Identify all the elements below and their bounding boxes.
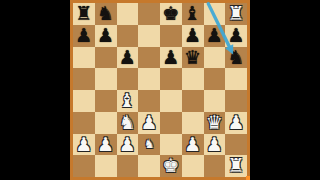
square-d1[interactable] xyxy=(138,155,160,177)
square-e4[interactable] xyxy=(160,90,182,112)
square-f8[interactable]: ♝ xyxy=(182,3,204,25)
square-a3[interactable] xyxy=(73,112,95,134)
white-queen: ♛ xyxy=(206,112,223,134)
white-rook: ♜ xyxy=(228,3,245,25)
square-f3[interactable] xyxy=(182,112,204,134)
square-h1[interactable]: ♜ xyxy=(225,155,247,177)
square-g3[interactable]: ♛ xyxy=(204,112,226,134)
white-pawn: ♟ xyxy=(119,134,136,156)
square-c7[interactable] xyxy=(117,25,139,47)
square-f4[interactable] xyxy=(182,90,204,112)
square-b3[interactable] xyxy=(95,112,117,134)
square-c2[interactable]: ♟ xyxy=(117,134,139,156)
square-c5[interactable] xyxy=(117,68,139,90)
square-g4[interactable] xyxy=(204,90,226,112)
square-a1[interactable] xyxy=(73,155,95,177)
chess-board[interactable]: ♜♞♚♝♜♟♟♟♟♟♟♟♛♞♝♞♟♛♟♟♟♟♞♟♟♚♜ xyxy=(73,3,247,177)
square-e5[interactable] xyxy=(160,68,182,90)
white-knight: ♞ xyxy=(144,134,155,156)
white-pawn: ♟ xyxy=(228,112,245,134)
square-e6[interactable]: ♟ xyxy=(160,47,182,69)
left-black-bar xyxy=(0,0,70,180)
square-h5[interactable] xyxy=(225,68,247,90)
board-frame: ♜♞♚♝♜♟♟♟♟♟♟♟♛♞♝♞♟♛♟♟♟♟♞♟♟♚♜ xyxy=(70,0,250,180)
black-knight: ♞ xyxy=(97,3,114,25)
square-h7[interactable]: ♟ xyxy=(225,25,247,47)
square-c8[interactable] xyxy=(117,3,139,25)
black-pawn: ♟ xyxy=(119,47,136,69)
square-h2[interactable] xyxy=(225,134,247,156)
square-b5[interactable] xyxy=(95,68,117,90)
white-pawn: ♟ xyxy=(97,134,114,156)
square-e3[interactable] xyxy=(160,112,182,134)
square-h6[interactable]: ♞ xyxy=(225,47,247,69)
square-a8[interactable]: ♜ xyxy=(73,3,95,25)
square-g2[interactable]: ♟ xyxy=(204,134,226,156)
square-h8[interactable]: ♜ xyxy=(225,3,247,25)
board-corner-badge xyxy=(246,176,250,180)
black-rook: ♜ xyxy=(75,3,92,25)
square-e7[interactable] xyxy=(160,25,182,47)
black-pawn: ♟ xyxy=(228,25,245,47)
black-pawn: ♟ xyxy=(97,25,114,47)
square-b7[interactable]: ♟ xyxy=(95,25,117,47)
square-g5[interactable] xyxy=(204,68,226,90)
square-c1[interactable] xyxy=(117,155,139,177)
black-knight: ♞ xyxy=(228,47,245,69)
square-g7[interactable]: ♟ xyxy=(204,25,226,47)
white-pawn: ♟ xyxy=(75,134,92,156)
square-b1[interactable] xyxy=(95,155,117,177)
square-b6[interactable] xyxy=(95,47,117,69)
square-a6[interactable] xyxy=(73,47,95,69)
black-pawn: ♟ xyxy=(184,25,201,47)
right-black-bar xyxy=(250,0,320,180)
square-f5[interactable] xyxy=(182,68,204,90)
square-e1[interactable]: ♚ xyxy=(160,155,182,177)
square-d4[interactable] xyxy=(138,90,160,112)
square-d5[interactable] xyxy=(138,68,160,90)
white-rook: ♜ xyxy=(228,155,245,177)
square-b4[interactable] xyxy=(95,90,117,112)
square-d2[interactable]: ♞ xyxy=(138,134,160,156)
square-c6[interactable]: ♟ xyxy=(117,47,139,69)
square-d8[interactable] xyxy=(138,3,160,25)
white-bishop: ♝ xyxy=(119,90,136,112)
square-g8[interactable] xyxy=(204,3,226,25)
square-a7[interactable]: ♟ xyxy=(73,25,95,47)
square-e8[interactable]: ♚ xyxy=(160,3,182,25)
square-f6[interactable]: ♛ xyxy=(182,47,204,69)
white-pawn: ♟ xyxy=(206,134,223,156)
black-pawn: ♟ xyxy=(162,47,179,69)
black-bishop: ♝ xyxy=(184,3,201,25)
square-c3[interactable]: ♞ xyxy=(117,112,139,134)
square-b8[interactable]: ♞ xyxy=(95,3,117,25)
square-g1[interactable] xyxy=(204,155,226,177)
square-h3[interactable]: ♟ xyxy=(225,112,247,134)
square-g6[interactable] xyxy=(204,47,226,69)
white-pawn: ♟ xyxy=(141,112,158,134)
square-e2[interactable] xyxy=(160,134,182,156)
white-knight: ♞ xyxy=(119,112,136,134)
square-d6[interactable] xyxy=(138,47,160,69)
square-c4[interactable]: ♝ xyxy=(117,90,139,112)
black-queen: ♛ xyxy=(184,47,201,69)
square-f1[interactable] xyxy=(182,155,204,177)
black-pawn: ♟ xyxy=(206,25,223,47)
white-pawn: ♟ xyxy=(184,134,201,156)
black-pawn: ♟ xyxy=(75,25,92,47)
square-f2[interactable]: ♟ xyxy=(182,134,204,156)
square-d7[interactable] xyxy=(138,25,160,47)
square-a5[interactable] xyxy=(73,68,95,90)
square-h4[interactable] xyxy=(225,90,247,112)
square-d3[interactable]: ♟ xyxy=(138,112,160,134)
square-b2[interactable]: ♟ xyxy=(95,134,117,156)
square-f7[interactable]: ♟ xyxy=(182,25,204,47)
square-a4[interactable] xyxy=(73,90,95,112)
thumbnail-stage: ♜♞♚♝♜♟♟♟♟♟♟♟♛♞♝♞♟♛♟♟♟♟♞♟♟♚♜ xyxy=(0,0,320,180)
square-a2[interactable]: ♟ xyxy=(73,134,95,156)
black-king: ♚ xyxy=(162,3,179,25)
white-king: ♚ xyxy=(162,155,179,177)
